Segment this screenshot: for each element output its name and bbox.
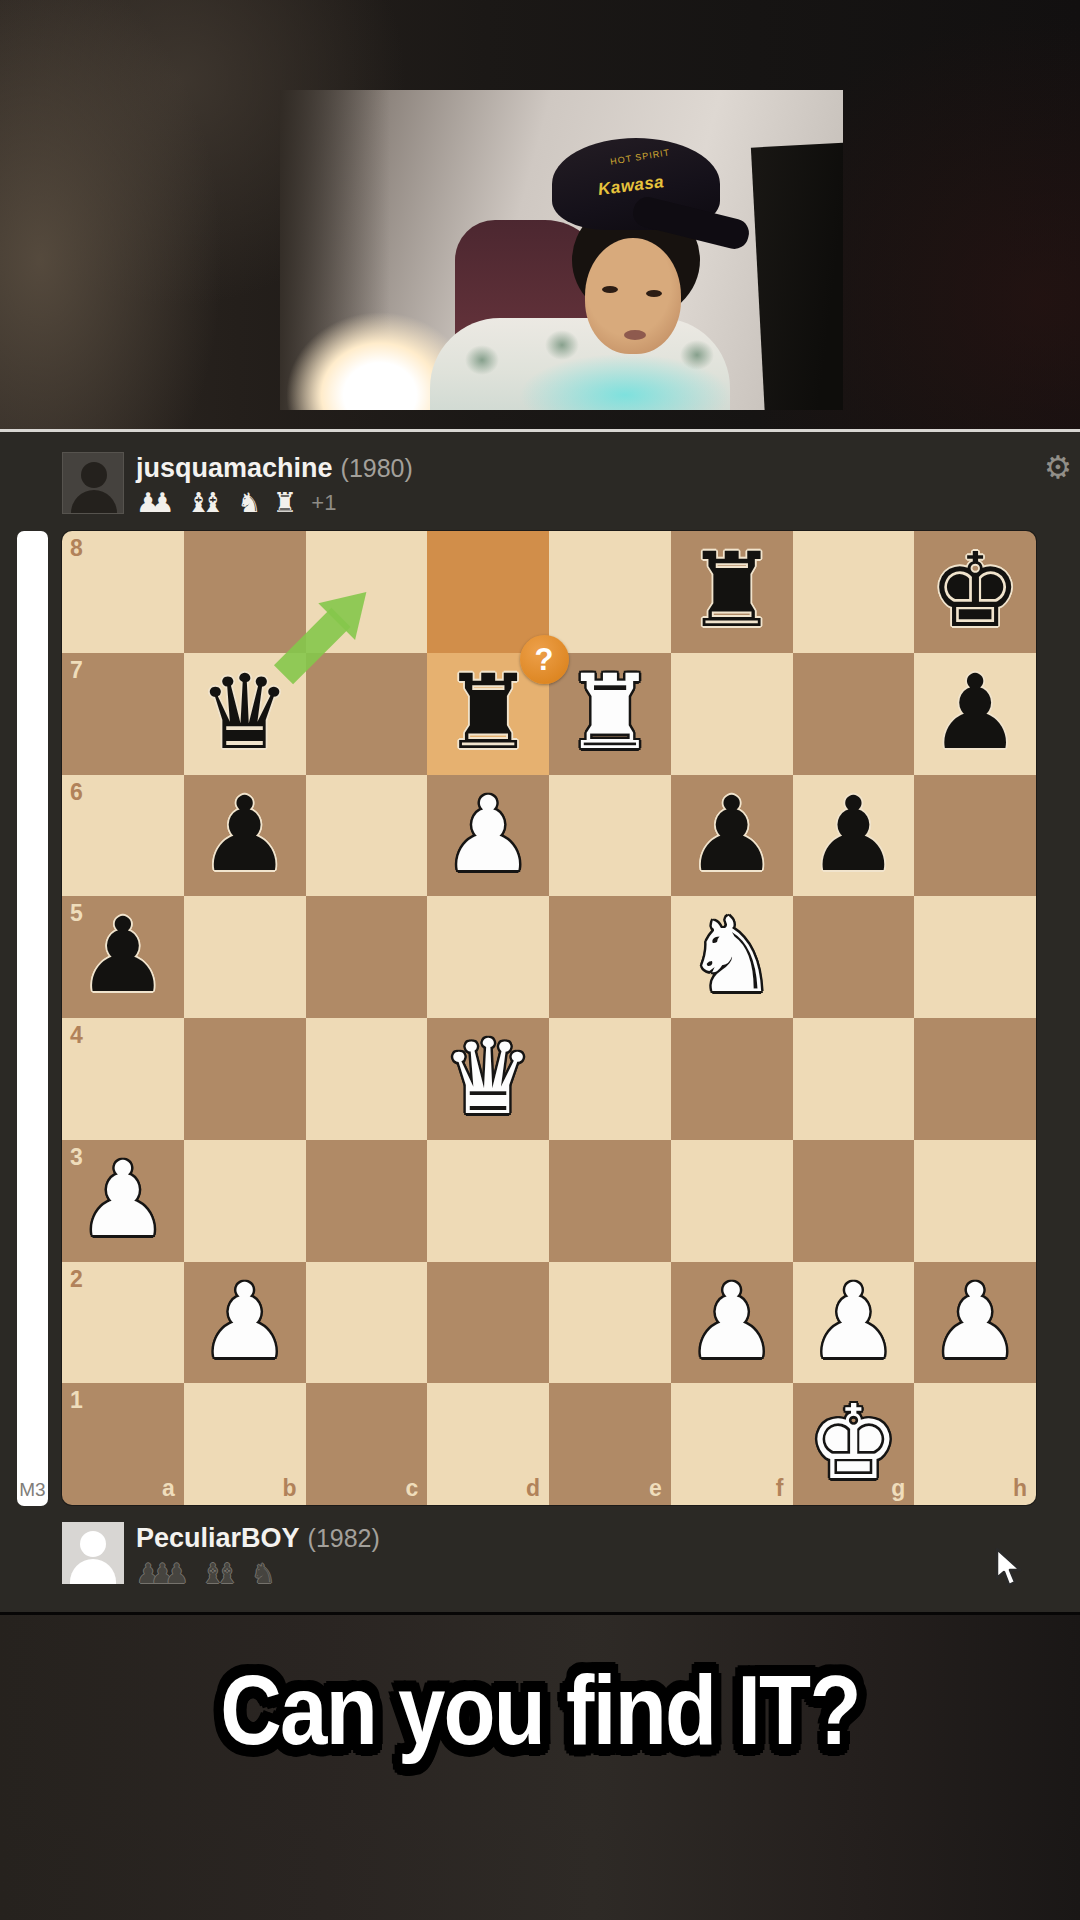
captured-n-icon: ♞ <box>237 488 261 518</box>
avatar-black-player[interactable] <box>62 452 124 514</box>
square-a1[interactable]: 1a <box>62 1383 184 1505</box>
captured-p-icon: ♟ <box>150 488 174 518</box>
material-advantage: +1 <box>311 490 336 516</box>
webcam-video: HOT SPIRIT Kawasa <box>280 90 843 410</box>
captured-group: ♝♝ <box>186 488 224 518</box>
mouth <box>624 330 646 340</box>
square-b3[interactable] <box>184 1140 306 1262</box>
square-g7[interactable] <box>793 653 915 775</box>
square-g2[interactable]: ♟ <box>793 1262 915 1384</box>
piece-wp-h2[interactable]: ♟ <box>914 1262 1036 1384</box>
square-g6[interactable]: ♟ <box>793 775 915 897</box>
black-player-name[interactable]: jusquamachine(1980) <box>136 453 413 484</box>
square-c3[interactable] <box>306 1140 428 1262</box>
piece-bp-g6[interactable]: ♟ <box>793 775 915 897</box>
coord-file-b: b <box>282 1475 296 1502</box>
square-e1[interactable]: e <box>549 1383 671 1505</box>
square-d3[interactable] <box>427 1140 549 1262</box>
white-player-name[interactable]: PeculiarBOY(1982) <box>136 1523 380 1554</box>
coord-file-f: f <box>776 1475 784 1502</box>
square-a8[interactable]: 8 <box>62 531 184 653</box>
avatar-head <box>81 462 107 488</box>
square-b1[interactable]: b <box>184 1383 306 1505</box>
square-h8[interactable]: ♚ <box>914 531 1036 653</box>
square-h4[interactable] <box>914 1018 1036 1140</box>
square-b8[interactable] <box>184 531 306 653</box>
captured-p-icon: ♟ <box>164 1559 188 1589</box>
piece-br-f8[interactable]: ♜ <box>671 531 793 653</box>
square-c5[interactable] <box>306 896 428 1018</box>
captured-pieces-black-tray: ♟♟♝♝♞♜+1 <box>136 487 336 519</box>
captured-pieces-white-tray: ♟♟♟♝♝♞ <box>136 1558 287 1590</box>
avatar-white-player[interactable] <box>62 1522 124 1584</box>
piece-wp-f2[interactable]: ♟ <box>671 1262 793 1384</box>
mouse-cursor <box>994 1548 1028 1588</box>
square-f4[interactable] <box>671 1018 793 1140</box>
avatar-head <box>80 1531 106 1557</box>
square-d2[interactable] <box>427 1262 549 1384</box>
coord-file-c: c <box>405 1475 418 1502</box>
square-b7[interactable]: ♛ <box>184 653 306 775</box>
piece-bq-b7[interactable]: ♛ <box>184 653 306 775</box>
square-h2[interactable]: ♟ <box>914 1262 1036 1384</box>
square-g5[interactable] <box>793 896 915 1018</box>
piece-bp-f6[interactable]: ♟ <box>671 775 793 897</box>
coord-rank-1: 1 <box>70 1387 83 1414</box>
square-e3[interactable] <box>549 1140 671 1262</box>
game-panel: jusquamachine(1980) ♟♟♝♝♞♜+1 ⚙ M3 8♜♚7♛♜… <box>0 429 1080 1615</box>
square-b4[interactable] <box>184 1018 306 1140</box>
piece-wq-d4[interactable]: ♛ <box>427 1018 549 1140</box>
square-f8[interactable]: ♜ <box>671 531 793 653</box>
piece-bk-h8[interactable]: ♚ <box>914 531 1036 653</box>
coord-rank-4: 4 <box>70 1022 83 1049</box>
square-d5[interactable] <box>427 896 549 1018</box>
square-g3[interactable] <box>793 1140 915 1262</box>
square-f7[interactable] <box>671 653 793 775</box>
square-d4[interactable]: ♛ <box>427 1018 549 1140</box>
square-a3[interactable]: 3♟ <box>62 1140 184 1262</box>
coord-rank-7: 7 <box>70 657 83 684</box>
square-g4[interactable] <box>793 1018 915 1140</box>
square-a6[interactable]: 6 <box>62 775 184 897</box>
square-a2[interactable]: 2 <box>62 1262 184 1384</box>
captured-group: ♟♟ <box>136 488 174 518</box>
eval-bar: M3 <box>17 531 48 1506</box>
square-h7[interactable]: ♟ <box>914 653 1036 775</box>
square-e4[interactable] <box>549 1018 671 1140</box>
square-g1[interactable]: g♚ <box>793 1383 915 1505</box>
captured-group: ♝♝ <box>201 1559 239 1589</box>
captured-b-icon: ♝ <box>201 488 225 518</box>
eye <box>646 290 662 297</box>
square-f2[interactable]: ♟ <box>671 1262 793 1384</box>
eval-mate-label: M3 <box>17 1479 48 1501</box>
square-b2[interactable]: ♟ <box>184 1262 306 1384</box>
square-f5[interactable]: ♞ <box>671 896 793 1018</box>
square-c8[interactable] <box>306 531 428 653</box>
avatar-torso <box>71 490 117 514</box>
square-a4[interactable]: 4 <box>62 1018 184 1140</box>
square-h1[interactable]: h <box>914 1383 1036 1505</box>
piece-wp-a3[interactable]: ♟ <box>62 1140 184 1262</box>
coord-rank-6: 6 <box>70 779 83 806</box>
mistake-question-badge: ? <box>520 635 569 684</box>
caption-text: Can you find IT? <box>76 1653 1005 1767</box>
player-name-text: jusquamachine <box>136 453 333 483</box>
square-h3[interactable] <box>914 1140 1036 1262</box>
captured-group: ♞ <box>251 1559 275 1589</box>
square-b6[interactable]: ♟ <box>184 775 306 897</box>
piece-wp-g2[interactable]: ♟ <box>793 1262 915 1384</box>
captured-group: ♞ <box>237 488 261 518</box>
square-a7[interactable]: 7 <box>62 653 184 775</box>
coord-rank-2: 2 <box>70 1266 83 1293</box>
captured-n-icon: ♞ <box>251 1559 275 1589</box>
chess-board: 8♜♚7♛♜♜♟6♟♟♟♟5♟♞4♛3♟2♟♟♟♟1abcdefg♚h ? <box>62 531 1036 1505</box>
square-c7[interactable] <box>306 653 428 775</box>
square-h5[interactable] <box>914 896 1036 1018</box>
coord-file-e: e <box>649 1475 662 1502</box>
square-c1[interactable]: c <box>306 1383 428 1505</box>
coord-file-d: d <box>526 1475 540 1502</box>
piece-wr-e7[interactable]: ♜ <box>549 653 671 775</box>
square-b5[interactable] <box>184 896 306 1018</box>
coord-file-h: h <box>1013 1475 1027 1502</box>
piece-bp-a5[interactable]: ♟ <box>62 896 184 1018</box>
blurred-backdrop-bottom: Can you find IT? <box>0 1615 1080 1920</box>
square-f1[interactable]: f <box>671 1383 793 1505</box>
coord-file-a: a <box>162 1475 175 1502</box>
piece-wk-g1[interactable]: ♚ <box>793 1383 915 1505</box>
square-f3[interactable] <box>671 1140 793 1262</box>
square-d8[interactable] <box>427 531 549 653</box>
square-f6[interactable]: ♟ <box>671 775 793 897</box>
square-e2[interactable] <box>549 1262 671 1384</box>
square-g8[interactable] <box>793 531 915 653</box>
piece-wn-f5[interactable]: ♞ <box>671 896 793 1018</box>
square-c4[interactable] <box>306 1018 428 1140</box>
player-name-text: PeculiarBOY <box>136 1523 300 1553</box>
piece-wp-d6[interactable]: ♟ <box>427 775 549 897</box>
blurred-backdrop-top: HOT SPIRIT Kawasa <box>0 0 1080 429</box>
captured-b-icon: ♝ <box>215 1559 239 1589</box>
square-c6[interactable] <box>306 775 428 897</box>
square-a5[interactable]: 5♟ <box>62 896 184 1018</box>
captured-r-icon: ♜ <box>273 488 297 518</box>
gear-icon[interactable]: ⚙ <box>1044 452 1072 484</box>
white-player-rating: (1982) <box>308 1524 380 1552</box>
avatar-torso <box>70 1559 116 1584</box>
square-e7[interactable]: ♜ <box>549 653 671 775</box>
square-d6[interactable]: ♟ <box>427 775 549 897</box>
captured-group: ♜ <box>273 488 297 518</box>
coord-rank-8: 8 <box>70 535 83 562</box>
square-e6[interactable] <box>549 775 671 897</box>
piece-wp-b2[interactable]: ♟ <box>184 1262 306 1384</box>
piece-bp-h7[interactable]: ♟ <box>914 653 1036 775</box>
black-player-rating: (1980) <box>341 454 413 482</box>
square-e8[interactable] <box>549 531 671 653</box>
square-c2[interactable] <box>306 1262 428 1384</box>
captured-group: ♟♟♟ <box>136 1559 189 1589</box>
eye <box>602 286 618 293</box>
square-h6[interactable] <box>914 775 1036 897</box>
square-d1[interactable]: d <box>427 1383 549 1505</box>
square-e5[interactable] <box>549 896 671 1018</box>
piece-bp-b6[interactable]: ♟ <box>184 775 306 897</box>
